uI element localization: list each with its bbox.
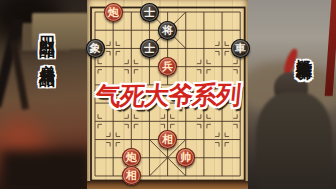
board-frame-edge xyxy=(87,181,248,189)
left-caption: 四郎出品 必属精品 xyxy=(36,23,57,60)
right-background-art xyxy=(248,0,336,189)
piece-black-chariot[interactable]: 車 xyxy=(231,39,250,58)
piece-black-general[interactable]: 将 xyxy=(158,21,177,40)
piece-black-elephant[interactable]: 象 xyxy=(86,39,105,58)
piece-red-soldier[interactable]: 兵 xyxy=(158,57,177,76)
video-frame: 炮士将象士車兵相炮帅相 四郎出品 必属精品 疑难杂症精讲 气死大爷系列 xyxy=(0,0,336,189)
series-title-banner: 气死大爷系列 xyxy=(82,78,253,112)
piece-red-cannon[interactable]: 炮 xyxy=(122,148,141,167)
piece-red-general[interactable]: 帅 xyxy=(176,148,195,167)
piece-red-elephant[interactable]: 相 xyxy=(158,130,177,149)
piece-black-advisor[interactable]: 士 xyxy=(140,3,159,22)
warrior-silhouette xyxy=(256,92,332,189)
army-silhouette xyxy=(0,150,90,189)
piece-red-cannon[interactable]: 炮 xyxy=(104,3,123,22)
piece-black-advisor[interactable]: 士 xyxy=(140,39,159,58)
war-flag xyxy=(10,40,29,110)
right-caption: 疑难杂症精讲 xyxy=(293,46,314,52)
